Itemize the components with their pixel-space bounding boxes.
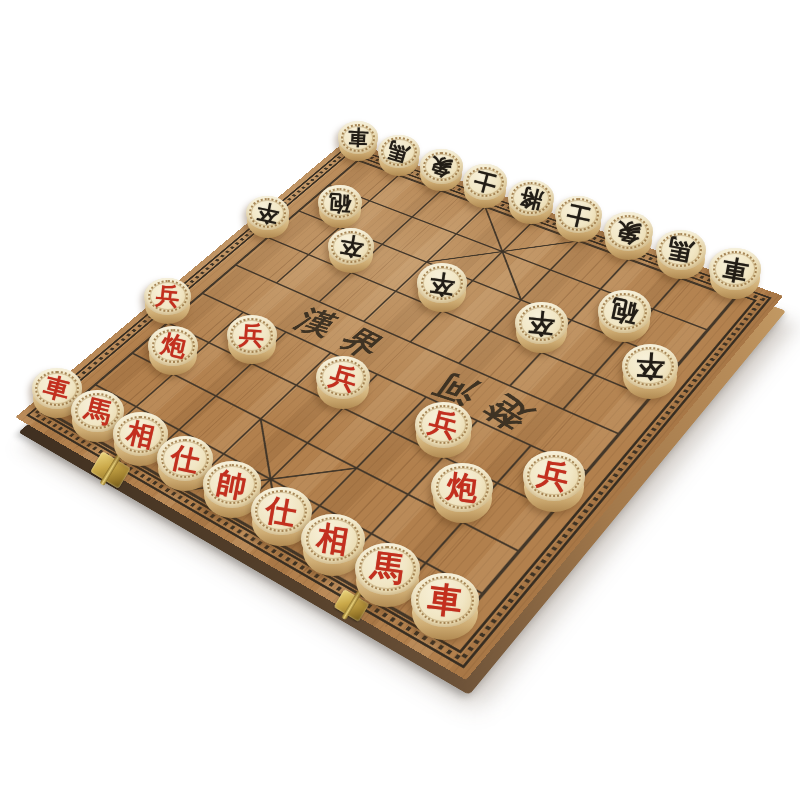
piece-top-face: 將 bbox=[508, 180, 554, 216]
piece-top-face: 馬 bbox=[656, 230, 706, 270]
piece-red-soldier[interactable]: 兵 bbox=[227, 315, 277, 365]
piece-black-advisor[interactable]: 士 bbox=[463, 164, 507, 208]
piece-black-elephant[interactable]: 象 bbox=[604, 212, 653, 261]
piece-top-face: 士 bbox=[463, 164, 507, 199]
piece-character: 兵 bbox=[155, 283, 181, 309]
piece-character: 車 bbox=[426, 581, 464, 619]
piece-red-cannon[interactable]: 炮 bbox=[148, 326, 198, 376]
piece-black-cannon[interactable]: 砲 bbox=[318, 185, 362, 229]
piece-character: 卒 bbox=[428, 269, 456, 297]
piece-character: 仕 bbox=[168, 442, 202, 476]
piece-red-soldier[interactable]: 兵 bbox=[523, 451, 585, 513]
piece-top-face: 卒 bbox=[417, 263, 466, 302]
piece-character: 仕 bbox=[264, 493, 299, 528]
piece-black-chariot[interactable]: 車 bbox=[338, 121, 379, 162]
piece-black-soldier[interactable]: 卒 bbox=[246, 196, 290, 240]
piece-character: 車 bbox=[347, 127, 368, 148]
piece-top-face: 炮 bbox=[148, 326, 198, 366]
piece-character: 砲 bbox=[608, 296, 639, 327]
piece-black-horse[interactable]: 馬 bbox=[656, 230, 706, 280]
product-photo: 漢界河楚 車馬象士將士象馬車砲砲卒卒卒卒卒兵兵兵兵兵炮炮車馬相仕帥仕相馬車 bbox=[0, 0, 800, 800]
piece-character: 士 bbox=[565, 200, 593, 228]
piece-red-chariot[interactable]: 車 bbox=[411, 573, 479, 641]
piece-top-face: 象 bbox=[420, 149, 463, 183]
piece-character: 相 bbox=[124, 418, 157, 451]
piece-black-soldier[interactable]: 卒 bbox=[622, 344, 679, 401]
piece-top-face: 車 bbox=[411, 573, 479, 628]
piece-black-soldier[interactable]: 卒 bbox=[417, 263, 466, 312]
piece-black-soldier[interactable]: 卒 bbox=[328, 228, 374, 274]
piece-top-face: 象 bbox=[604, 212, 653, 251]
piece-red-soldier[interactable]: 兵 bbox=[316, 356, 370, 410]
piece-character: 帥 bbox=[215, 467, 249, 501]
piece-black-cannon[interactable]: 砲 bbox=[598, 290, 651, 343]
piece-top-face: 砲 bbox=[318, 185, 362, 220]
piece-character: 卒 bbox=[255, 200, 281, 226]
piece-character: 卒 bbox=[338, 233, 365, 260]
piece-character: 車 bbox=[720, 254, 750, 284]
piece-character: 馬 bbox=[369, 550, 406, 587]
piece-character: 炮 bbox=[158, 331, 188, 361]
piece-black-horse[interactable]: 馬 bbox=[378, 135, 420, 177]
piece-top-face: 卒 bbox=[515, 302, 568, 344]
piece-top-face: 砲 bbox=[598, 290, 651, 332]
piece-black-general[interactable]: 將 bbox=[508, 180, 554, 226]
piece-top-face: 馬 bbox=[378, 135, 420, 168]
piece-red-cannon[interactable]: 炮 bbox=[431, 463, 493, 525]
piece-character: 將 bbox=[517, 184, 545, 212]
piece-black-soldier[interactable]: 卒 bbox=[515, 302, 568, 355]
piece-character: 卒 bbox=[635, 351, 665, 381]
piece-top-face: 車 bbox=[338, 121, 379, 153]
piece-character: 馬 bbox=[666, 235, 695, 264]
piece-character: 馬 bbox=[82, 395, 114, 427]
piece-character: 炮 bbox=[445, 470, 479, 504]
piece-top-face: 兵 bbox=[523, 451, 585, 501]
piece-top-face: 炮 bbox=[431, 463, 493, 512]
piece-black-chariot[interactable]: 車 bbox=[709, 248, 761, 300]
piece-character: 砲 bbox=[328, 191, 351, 214]
piece-black-elephant[interactable]: 象 bbox=[420, 149, 463, 192]
piece-top-face: 兵 bbox=[316, 356, 370, 399]
piece-top-face: 兵 bbox=[144, 278, 191, 316]
piece-character: 卒 bbox=[527, 308, 556, 337]
piece-black-advisor[interactable]: 士 bbox=[555, 196, 602, 243]
piece-top-face: 兵 bbox=[227, 315, 277, 355]
piece-top-face: 卒 bbox=[622, 344, 679, 389]
piece-red-soldier[interactable]: 兵 bbox=[415, 402, 473, 460]
piece-red-soldier[interactable]: 兵 bbox=[144, 278, 191, 325]
piece-top-face: 車 bbox=[709, 248, 761, 290]
piece-top-face: 兵 bbox=[415, 402, 473, 448]
piece-character: 相 bbox=[315, 521, 351, 557]
piece-character: 兵 bbox=[238, 322, 265, 349]
